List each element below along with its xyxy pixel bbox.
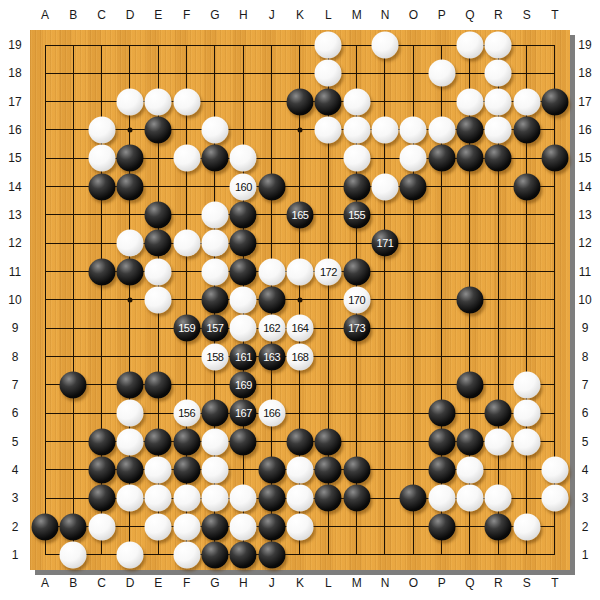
stone-black-T15 (541, 145, 568, 172)
stone-black-O3 (400, 485, 427, 512)
stone-white-E3 (145, 485, 172, 512)
stone-black-M13: 155 (343, 201, 370, 228)
coord-left-3: 3 (12, 491, 19, 505)
coord-top-K: K (296, 8, 304, 22)
stone-white-S7 (513, 371, 540, 398)
go-game-screenshot: ABCDEFGHJKLMNOPQRST ABCDEFGHJKLMNOPQRST … (0, 0, 600, 600)
coord-bottom-C: C (97, 576, 106, 590)
stone-black-H13 (230, 201, 257, 228)
stone-black-M9: 173 (343, 315, 370, 342)
coord-left-18: 18 (8, 66, 21, 80)
stone-white-G11 (201, 258, 228, 285)
stone-white-K2 (286, 513, 313, 540)
stone-black-H8: 161 (230, 343, 257, 370)
stone-white-P18 (428, 60, 455, 87)
stone-white-E4 (145, 456, 172, 483)
coord-bottom-O: O (409, 576, 418, 590)
coord-bottom-E: E (154, 576, 162, 590)
coord-left-4: 4 (12, 463, 19, 477)
stone-black-P5 (428, 428, 455, 455)
coord-top-B: B (69, 8, 77, 22)
coord-bottom-L: L (325, 576, 332, 590)
stone-white-P16 (428, 116, 455, 143)
stone-white-P3 (428, 485, 455, 512)
coord-left-2: 2 (12, 520, 19, 534)
move-number-167: 167 (235, 408, 252, 419)
stone-white-S6 (513, 400, 540, 427)
stone-white-F2 (173, 513, 200, 540)
stone-black-R2 (485, 513, 512, 540)
stone-white-H15 (230, 145, 257, 172)
stone-black-R6 (485, 400, 512, 427)
stone-black-F4 (173, 456, 200, 483)
stone-black-A2 (32, 513, 59, 540)
stone-black-H12 (230, 230, 257, 257)
stone-black-G2 (201, 513, 228, 540)
stone-white-D6 (116, 400, 143, 427)
stone-white-G12 (201, 230, 228, 257)
stone-white-H2 (230, 513, 257, 540)
move-number-169: 169 (235, 379, 252, 390)
stone-white-D3 (116, 485, 143, 512)
stone-white-K9: 164 (286, 315, 313, 342)
stone-black-D11 (116, 258, 143, 285)
stone-black-E16 (145, 116, 172, 143)
stone-black-D4 (116, 456, 143, 483)
stone-black-G1 (201, 541, 228, 568)
stone-black-P4 (428, 456, 455, 483)
stone-black-H7: 169 (230, 371, 257, 398)
star-point-D16 (127, 127, 132, 132)
stone-black-J3 (258, 485, 285, 512)
coord-bottom-S: S (523, 576, 531, 590)
coord-left-14: 14 (8, 180, 21, 194)
coord-right-3: 3 (582, 491, 589, 505)
stone-white-G13 (201, 201, 228, 228)
stone-black-K13: 165 (286, 201, 313, 228)
coord-right-7: 7 (582, 378, 589, 392)
coord-left-17: 17 (8, 95, 21, 109)
stone-black-G10 (201, 286, 228, 313)
move-number-159: 159 (178, 323, 195, 334)
move-number-173: 173 (348, 323, 365, 334)
stone-black-Q5 (456, 428, 483, 455)
stone-white-M17 (343, 88, 370, 115)
stone-black-O14 (400, 173, 427, 200)
coord-top-G: G (210, 8, 219, 22)
stone-black-H6: 167 (230, 400, 257, 427)
coord-left-9: 9 (12, 321, 19, 335)
stone-white-E11 (145, 258, 172, 285)
stone-black-J10 (258, 286, 285, 313)
stone-white-J11 (258, 258, 285, 285)
stone-black-G9: 157 (201, 315, 228, 342)
coord-right-18: 18 (578, 66, 591, 80)
stone-white-C2 (88, 513, 115, 540)
move-number-156: 156 (178, 408, 195, 419)
coord-top-T: T (551, 8, 558, 22)
stone-black-C3 (88, 485, 115, 512)
move-number-171: 171 (377, 238, 394, 249)
stone-white-C16 (88, 116, 115, 143)
stone-black-C14 (88, 173, 115, 200)
coord-bottom-B: B (69, 576, 77, 590)
coord-top-O: O (409, 8, 418, 22)
stone-white-R18 (485, 60, 512, 87)
stone-white-R17 (485, 88, 512, 115)
stone-white-O16 (400, 116, 427, 143)
stone-black-Q16 (456, 116, 483, 143)
stone-black-C4 (88, 456, 115, 483)
coord-right-2: 2 (582, 520, 589, 534)
coord-right-13: 13 (578, 208, 591, 222)
coord-right-9: 9 (582, 321, 589, 335)
coord-right-19: 19 (578, 38, 591, 52)
stone-black-L5 (315, 428, 342, 455)
stone-white-G3 (201, 485, 228, 512)
stone-black-F9: 159 (173, 315, 200, 342)
stone-white-T4 (541, 456, 568, 483)
coord-left-11: 11 (9, 265, 21, 279)
stone-white-E2 (145, 513, 172, 540)
coord-right-1: 1 (582, 548, 589, 562)
stone-white-D5 (116, 428, 143, 455)
stone-black-P2 (428, 513, 455, 540)
stone-white-E17 (145, 88, 172, 115)
coord-bottom-F: F (183, 576, 190, 590)
stone-white-Q4 (456, 456, 483, 483)
coord-right-11: 11 (579, 265, 591, 279)
coord-left-1: 1 (12, 548, 19, 562)
stone-white-O15 (400, 145, 427, 172)
coord-right-14: 14 (578, 180, 591, 194)
coord-right-4: 4 (582, 463, 589, 477)
move-number-158: 158 (207, 351, 224, 362)
stone-black-D15 (116, 145, 143, 172)
stone-white-J9: 162 (258, 315, 285, 342)
coord-left-10: 10 (8, 293, 21, 307)
stone-white-R16 (485, 116, 512, 143)
move-number-160: 160 (235, 181, 252, 192)
stone-black-R15 (485, 145, 512, 172)
stone-white-G8: 158 (201, 343, 228, 370)
stone-black-Q10 (456, 286, 483, 313)
stone-black-Q15 (456, 145, 483, 172)
stone-black-E5 (145, 428, 172, 455)
coord-top-C: C (97, 8, 106, 22)
stone-white-K4 (286, 456, 313, 483)
star-point-D10 (127, 297, 132, 302)
stone-black-F5 (173, 428, 200, 455)
stone-black-S14 (513, 173, 540, 200)
star-point-K10 (297, 297, 302, 302)
stone-white-Q17 (456, 88, 483, 115)
stone-black-E12 (145, 230, 172, 257)
stone-white-R19 (485, 32, 512, 59)
stone-black-H11 (230, 258, 257, 285)
stone-white-N16 (371, 116, 398, 143)
coord-bottom-G: G (210, 576, 219, 590)
stone-black-J1 (258, 541, 285, 568)
stone-black-P15 (428, 145, 455, 172)
move-number-172: 172 (320, 266, 337, 277)
stone-white-G5 (201, 428, 228, 455)
stone-black-C11 (88, 258, 115, 285)
move-number-162: 162 (263, 323, 280, 334)
coord-right-10: 10 (578, 293, 591, 307)
stone-black-G15 (201, 145, 228, 172)
coord-top-L: L (325, 8, 332, 22)
move-number-157: 157 (207, 323, 224, 334)
stone-white-H14: 160 (230, 173, 257, 200)
coord-bottom-A: A (41, 576, 49, 590)
stone-white-L18 (315, 60, 342, 87)
coord-top-D: D (126, 8, 135, 22)
stone-black-J2 (258, 513, 285, 540)
coord-left-13: 13 (8, 208, 21, 222)
coord-left-5: 5 (12, 435, 19, 449)
coord-left-19: 19 (8, 38, 21, 52)
stone-white-Q3 (456, 485, 483, 512)
coord-bottom-Q: Q (465, 576, 474, 590)
coord-left-8: 8 (12, 350, 19, 364)
stone-white-E10 (145, 286, 172, 313)
stone-white-K3 (286, 485, 313, 512)
coord-top-A: A (41, 8, 49, 22)
stone-white-F12 (173, 230, 200, 257)
coord-left-15: 15 (8, 151, 21, 165)
stone-white-L19 (315, 32, 342, 59)
stone-white-H9 (230, 315, 257, 342)
stone-black-K17 (286, 88, 313, 115)
stone-black-M3 (343, 485, 370, 512)
stone-white-F3 (173, 485, 200, 512)
stone-black-P6 (428, 400, 455, 427)
move-number-166: 166 (263, 408, 280, 419)
stone-black-E7 (145, 371, 172, 398)
stone-white-M15 (343, 145, 370, 172)
coord-right-5: 5 (582, 435, 589, 449)
stone-black-L17 (315, 88, 342, 115)
coord-right-17: 17 (578, 95, 591, 109)
move-number-161: 161 (235, 351, 252, 362)
stone-white-H10 (230, 286, 257, 313)
move-number-168: 168 (292, 351, 309, 362)
coord-bottom-M: M (352, 576, 362, 590)
move-number-170: 170 (348, 294, 365, 305)
coord-top-H: H (239, 8, 248, 22)
coord-bottom-T: T (551, 576, 558, 590)
stone-black-M14 (343, 173, 370, 200)
stone-black-H5 (230, 428, 257, 455)
coord-right-6: 6 (582, 406, 589, 420)
coord-bottom-K: K (296, 576, 304, 590)
stone-white-G4 (201, 456, 228, 483)
stone-white-C15 (88, 145, 115, 172)
stone-white-K8: 168 (286, 343, 313, 370)
stone-white-D12 (116, 230, 143, 257)
stone-black-D14 (116, 173, 143, 200)
stone-black-J4 (258, 456, 285, 483)
stone-white-R5 (485, 428, 512, 455)
coord-bottom-D: D (126, 576, 135, 590)
stone-black-D7 (116, 371, 143, 398)
stone-black-K5 (286, 428, 313, 455)
coord-bottom-J: J (269, 576, 275, 590)
coord-bottom-P: P (438, 576, 446, 590)
coord-left-6: 6 (12, 406, 19, 420)
coord-left-16: 16 (8, 123, 21, 137)
goban[interactable]: 1601651551711721701591571621641731581611… (30, 30, 570, 570)
stone-black-C5 (88, 428, 115, 455)
stone-white-S2 (513, 513, 540, 540)
stone-black-H1 (230, 541, 257, 568)
coord-top-E: E (154, 8, 162, 22)
stone-white-N19 (371, 32, 398, 59)
coord-top-R: R (494, 8, 503, 22)
coord-top-M: M (352, 8, 362, 22)
coord-top-Q: Q (465, 8, 474, 22)
move-number-163: 163 (263, 351, 280, 362)
stone-white-S5 (513, 428, 540, 455)
stone-white-Q19 (456, 32, 483, 59)
coord-top-P: P (438, 8, 446, 22)
stone-black-J8: 163 (258, 343, 285, 370)
coord-top-J: J (269, 8, 275, 22)
coord-right-16: 16 (578, 123, 591, 137)
stone-black-L4 (315, 456, 342, 483)
stone-white-L16 (315, 116, 342, 143)
stone-black-N12: 171 (371, 230, 398, 257)
stone-white-N14 (371, 173, 398, 200)
coord-right-12: 12 (578, 236, 591, 250)
stone-black-T17 (541, 88, 568, 115)
stone-white-F15 (173, 145, 200, 172)
coord-bottom-N: N (381, 576, 390, 590)
coord-left-7: 7 (12, 378, 19, 392)
stone-white-D1 (116, 541, 143, 568)
coord-left-12: 12 (8, 236, 21, 250)
stone-white-K11 (286, 258, 313, 285)
stone-white-F6: 156 (173, 400, 200, 427)
stone-white-L11: 172 (315, 258, 342, 285)
stone-white-B1 (60, 541, 87, 568)
stone-white-T3 (541, 485, 568, 512)
stone-black-L3 (315, 485, 342, 512)
stone-white-G16 (201, 116, 228, 143)
stone-white-F1 (173, 541, 200, 568)
stone-white-J6: 166 (258, 400, 285, 427)
stone-black-E13 (145, 201, 172, 228)
stone-black-B7 (60, 371, 87, 398)
stone-black-B2 (60, 513, 87, 540)
move-number-164: 164 (292, 323, 309, 334)
stone-black-M11 (343, 258, 370, 285)
stone-black-G6 (201, 400, 228, 427)
stone-white-R3 (485, 485, 512, 512)
coord-right-15: 15 (578, 151, 591, 165)
stone-white-M10: 170 (343, 286, 370, 313)
coord-top-S: S (523, 8, 531, 22)
coord-top-N: N (381, 8, 390, 22)
coord-bottom-R: R (494, 576, 503, 590)
stone-white-S17 (513, 88, 540, 115)
stone-white-M16 (343, 116, 370, 143)
coord-right-8: 8 (582, 350, 589, 364)
stone-white-F17 (173, 88, 200, 115)
stone-black-J14 (258, 173, 285, 200)
move-number-155: 155 (348, 209, 365, 220)
stone-black-Q7 (456, 371, 483, 398)
stone-black-M4 (343, 456, 370, 483)
stone-white-D17 (116, 88, 143, 115)
move-number-165: 165 (292, 209, 309, 220)
star-point-K16 (297, 127, 302, 132)
stone-black-S16 (513, 116, 540, 143)
stone-white-H3 (230, 485, 257, 512)
coord-top-F: F (183, 8, 190, 22)
coord-bottom-H: H (239, 576, 248, 590)
